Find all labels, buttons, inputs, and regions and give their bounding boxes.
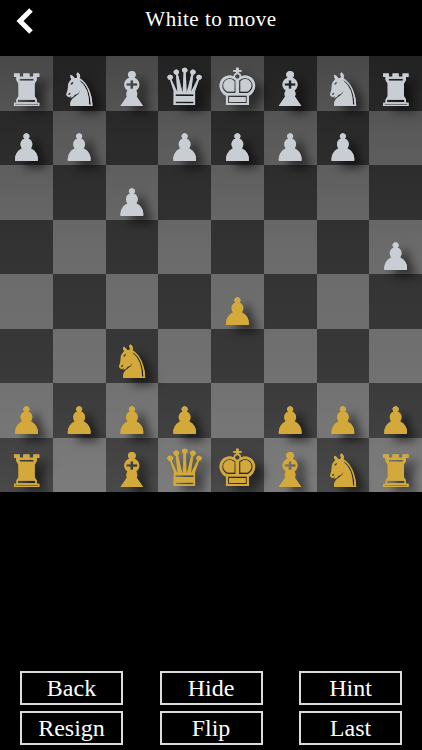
hide-button[interactable]: Hide xyxy=(160,671,263,705)
white-pawn[interactable]: ♟ xyxy=(220,293,254,331)
square-e2[interactable] xyxy=(211,383,264,438)
square-e1[interactable]: ♚ xyxy=(211,438,264,493)
square-c6[interactable]: ♟ xyxy=(106,165,159,220)
black-pawn[interactable]: ♟ xyxy=(379,238,413,276)
square-h1[interactable]: ♜ xyxy=(369,438,422,493)
black-pawn[interactable]: ♟ xyxy=(115,184,149,222)
square-f5[interactable] xyxy=(264,220,317,275)
square-a4[interactable] xyxy=(0,274,53,329)
black-pawn[interactable]: ♟ xyxy=(9,129,43,167)
square-g5[interactable] xyxy=(317,220,370,275)
square-d1[interactable]: ♛ xyxy=(158,438,211,493)
square-c1[interactable]: ♝ xyxy=(106,438,159,493)
white-rook[interactable]: ♜ xyxy=(6,449,46,494)
square-e3[interactable] xyxy=(211,329,264,384)
white-pawn[interactable]: ♟ xyxy=(273,402,307,440)
square-g7[interactable]: ♟ xyxy=(317,111,370,166)
white-bishop[interactable]: ♝ xyxy=(110,446,153,494)
square-c3[interactable]: ♞ xyxy=(106,329,159,384)
square-h8[interactable]: ♜ xyxy=(369,56,422,111)
square-b5[interactable] xyxy=(53,220,106,275)
white-king[interactable]: ♚ xyxy=(215,443,261,494)
white-pawn[interactable]: ♟ xyxy=(62,402,96,440)
black-knight[interactable]: ♞ xyxy=(322,67,363,113)
controls-row-1: Back Hide Hint xyxy=(0,671,422,705)
square-h2[interactable]: ♟ xyxy=(369,383,422,438)
white-knight[interactable]: ♞ xyxy=(322,448,363,494)
square-h3[interactable] xyxy=(369,329,422,384)
white-pawn[interactable]: ♟ xyxy=(9,402,43,440)
controls-panel: Back Hide Hint Resign Flip Last xyxy=(0,671,422,750)
square-e7[interactable]: ♟ xyxy=(211,111,264,166)
white-pawn[interactable]: ♟ xyxy=(379,402,413,440)
black-knight[interactable]: ♞ xyxy=(59,67,100,113)
square-e6[interactable] xyxy=(211,165,264,220)
square-e5[interactable] xyxy=(211,220,264,275)
square-e8[interactable]: ♚ xyxy=(211,56,264,111)
square-g6[interactable] xyxy=(317,165,370,220)
square-f4[interactable] xyxy=(264,274,317,329)
square-a7[interactable]: ♟ xyxy=(0,111,53,166)
square-h7[interactable] xyxy=(369,111,422,166)
square-c2[interactable]: ♟ xyxy=(106,383,159,438)
black-pawn[interactable]: ♟ xyxy=(326,129,360,167)
square-b1[interactable] xyxy=(53,438,106,493)
white-pawn[interactable]: ♟ xyxy=(115,402,149,440)
page-title: White to move xyxy=(0,7,422,32)
square-b6[interactable] xyxy=(53,165,106,220)
square-g1[interactable]: ♞ xyxy=(317,438,370,493)
square-a2[interactable]: ♟ xyxy=(0,383,53,438)
black-rook[interactable]: ♜ xyxy=(6,68,46,113)
square-d6[interactable] xyxy=(158,165,211,220)
square-d3[interactable] xyxy=(158,329,211,384)
square-h4[interactable] xyxy=(369,274,422,329)
chess-board: ♜♞♝♛♚♝♞♜♟♟♟♟♟♟♟♟♟♞♟♟♟♟♟♟♟♜♝♛♚♝♞♜ xyxy=(0,56,422,492)
square-b4[interactable] xyxy=(53,274,106,329)
square-b7[interactable]: ♟ xyxy=(53,111,106,166)
square-d7[interactable]: ♟ xyxy=(158,111,211,166)
square-a1[interactable]: ♜ xyxy=(0,438,53,493)
square-h5[interactable]: ♟ xyxy=(369,220,422,275)
black-rook[interactable]: ♜ xyxy=(375,68,415,113)
resign-button[interactable]: Resign xyxy=(20,711,123,745)
white-rook[interactable]: ♜ xyxy=(375,449,415,494)
square-a5[interactable] xyxy=(0,220,53,275)
square-d5[interactable] xyxy=(158,220,211,275)
square-g4[interactable] xyxy=(317,274,370,329)
square-g8[interactable]: ♞ xyxy=(317,56,370,111)
square-a6[interactable] xyxy=(0,165,53,220)
square-c7[interactable] xyxy=(106,111,159,166)
header-bar: White to move xyxy=(0,0,422,56)
black-pawn[interactable]: ♟ xyxy=(273,129,307,167)
black-pawn[interactable]: ♟ xyxy=(168,129,202,167)
black-bishop[interactable]: ♝ xyxy=(110,65,153,113)
square-h6[interactable] xyxy=(369,165,422,220)
square-f1[interactable]: ♝ xyxy=(264,438,317,493)
square-g2[interactable]: ♟ xyxy=(317,383,370,438)
controls-row-2: Resign Flip Last xyxy=(0,711,422,745)
square-c5[interactable] xyxy=(106,220,159,275)
square-e4[interactable]: ♟ xyxy=(211,274,264,329)
white-knight[interactable]: ♞ xyxy=(111,339,152,385)
black-king[interactable]: ♚ xyxy=(215,62,261,113)
square-d4[interactable] xyxy=(158,274,211,329)
square-f2[interactable]: ♟ xyxy=(264,383,317,438)
flip-button[interactable]: Flip xyxy=(160,711,263,745)
square-a8[interactable]: ♜ xyxy=(0,56,53,111)
white-pawn[interactable]: ♟ xyxy=(168,402,202,440)
black-pawn[interactable]: ♟ xyxy=(220,129,254,167)
white-bishop[interactable]: ♝ xyxy=(269,446,312,494)
white-pawn[interactable]: ♟ xyxy=(326,402,360,440)
square-d8[interactable]: ♛ xyxy=(158,56,211,111)
square-b3[interactable] xyxy=(53,329,106,384)
square-c4[interactable] xyxy=(106,274,159,329)
square-b2[interactable]: ♟ xyxy=(53,383,106,438)
square-a3[interactable] xyxy=(0,329,53,384)
black-bishop[interactable]: ♝ xyxy=(269,65,312,113)
black-queen[interactable]: ♛ xyxy=(162,62,208,113)
square-d2[interactable]: ♟ xyxy=(158,383,211,438)
app-window: White to move ♜♞♝♛♚♝♞♜♟♟♟♟♟♟♟♟♟♞♟♟♟♟♟♟♟♜… xyxy=(0,0,422,750)
back-move-button[interactable]: Back xyxy=(20,671,123,705)
last-button[interactable]: Last xyxy=(299,711,402,745)
white-queen[interactable]: ♛ xyxy=(162,443,208,494)
square-f6[interactable] xyxy=(264,165,317,220)
square-f7[interactable]: ♟ xyxy=(264,111,317,166)
square-f8[interactable]: ♝ xyxy=(264,56,317,111)
square-g3[interactable] xyxy=(317,329,370,384)
square-b8[interactable]: ♞ xyxy=(53,56,106,111)
square-c8[interactable]: ♝ xyxy=(106,56,159,111)
square-f3[interactable] xyxy=(264,329,317,384)
hint-button[interactable]: Hint xyxy=(299,671,402,705)
black-pawn[interactable]: ♟ xyxy=(62,129,96,167)
